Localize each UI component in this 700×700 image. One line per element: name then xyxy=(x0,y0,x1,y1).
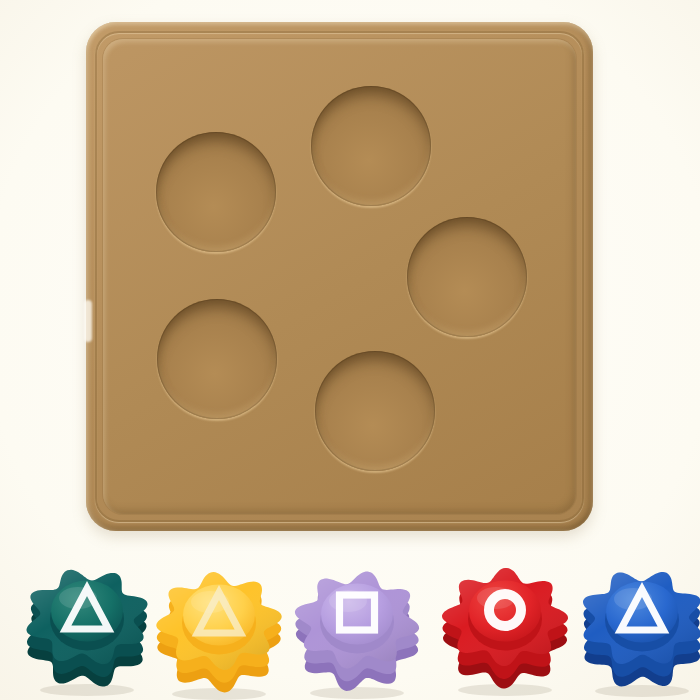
recess-bottom-center[interactable] xyxy=(315,351,435,471)
game-board-tray xyxy=(86,22,593,531)
piece-shadow xyxy=(310,687,404,699)
piece-shadow xyxy=(595,685,689,697)
piece-teal-triangle[interactable] xyxy=(22,563,152,699)
recess-upper-left[interactable] xyxy=(156,132,276,252)
piece-red-circle[interactable] xyxy=(440,563,570,699)
recess-middle-right[interactable] xyxy=(407,217,527,337)
tray-edge-scuff xyxy=(84,300,92,342)
recess-lower-left[interactable] xyxy=(157,299,277,419)
piece-yellow-triangle[interactable] xyxy=(154,567,284,700)
piece-shadow xyxy=(40,684,134,696)
recess-top-center[interactable] xyxy=(311,86,431,206)
piece-purple-square[interactable] xyxy=(292,566,422,700)
piece-blue-triangle[interactable] xyxy=(577,564,700,700)
product-photo-scene xyxy=(0,0,700,700)
